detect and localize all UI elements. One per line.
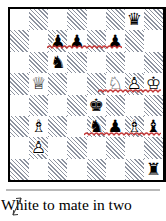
square-c2[interactable] bbox=[48, 137, 67, 158]
piece-black-queen-g8[interactable]: ♛♛ bbox=[125, 9, 144, 30]
square-a1[interactable] bbox=[10, 159, 29, 180]
square-c5[interactable] bbox=[48, 73, 67, 94]
piece-black-king-e4[interactable]: ♚♚ bbox=[87, 95, 106, 116]
square-a7[interactable] bbox=[10, 30, 29, 51]
square-d4[interactable] bbox=[67, 95, 86, 116]
square-b4[interactable] bbox=[29, 95, 48, 116]
square-e2[interactable] bbox=[87, 137, 106, 158]
piece-white-pawn-b2[interactable]: ♟♙ bbox=[29, 137, 48, 158]
square-a4[interactable] bbox=[10, 95, 29, 116]
square-d5[interactable] bbox=[67, 73, 86, 94]
square-g6[interactable] bbox=[125, 52, 144, 73]
square-h8[interactable] bbox=[144, 9, 163, 30]
square-c8[interactable] bbox=[48, 9, 67, 30]
square-h7[interactable] bbox=[144, 30, 163, 51]
square-d2[interactable] bbox=[67, 137, 86, 158]
square-e6[interactable] bbox=[87, 52, 106, 73]
square-e8[interactable] bbox=[87, 9, 106, 30]
square-c3[interactable] bbox=[48, 116, 67, 137]
red-squiggle-rank7 bbox=[47, 45, 122, 50]
square-b8[interactable] bbox=[29, 9, 48, 30]
piece-white-bishop-b3[interactable]: ♝♗ bbox=[29, 116, 48, 137]
square-g7[interactable] bbox=[125, 30, 144, 51]
square-d1[interactable] bbox=[67, 159, 86, 180]
square-h2[interactable] bbox=[144, 137, 163, 158]
square-h6[interactable] bbox=[144, 52, 163, 73]
square-a2[interactable] bbox=[10, 137, 29, 158]
piece-white-queen-b5[interactable]: ♛♕ bbox=[29, 73, 48, 94]
separator-line bbox=[6, 189, 160, 191]
square-f6[interactable] bbox=[106, 52, 125, 73]
square-a5[interactable] bbox=[10, 73, 29, 94]
square-a8[interactable] bbox=[10, 9, 29, 30]
square-g1[interactable] bbox=[125, 159, 144, 180]
square-g4[interactable] bbox=[125, 95, 144, 116]
square-d6[interactable] bbox=[67, 52, 86, 73]
square-b1[interactable] bbox=[29, 159, 48, 180]
square-a3[interactable] bbox=[10, 116, 29, 137]
square-b6[interactable] bbox=[29, 52, 48, 73]
square-d8[interactable] bbox=[67, 9, 86, 30]
piece-black-knight-c6[interactable]: ♞♞ bbox=[48, 52, 67, 73]
square-f2[interactable] bbox=[106, 137, 125, 158]
square-a6[interactable] bbox=[10, 52, 29, 73]
square-h4[interactable] bbox=[144, 95, 163, 116]
square-e1[interactable] bbox=[87, 159, 106, 180]
red-squiggle-rank3 bbox=[84, 132, 161, 137]
square-b7[interactable] bbox=[29, 30, 48, 51]
square-g2[interactable] bbox=[125, 137, 144, 158]
red-squiggle-rank5 bbox=[98, 89, 161, 94]
square-f4[interactable] bbox=[106, 95, 125, 116]
square-f1[interactable] bbox=[106, 159, 125, 180]
square-c4[interactable] bbox=[48, 95, 67, 116]
square-f8[interactable] bbox=[106, 9, 125, 30]
square-c1[interactable] bbox=[48, 159, 67, 180]
chess-board[interactable]: ♛♛♟♟♟♟♟♟♞♞♛♕♞♘♟♙♚♔♚♚♝♗♞♞♟♟♝♗♝♝♟♙♜♜ bbox=[8, 7, 166, 182]
resize-cursor-icon bbox=[8, 195, 26, 219]
piece-black-rook-h1[interactable]: ♜♜ bbox=[144, 159, 163, 180]
